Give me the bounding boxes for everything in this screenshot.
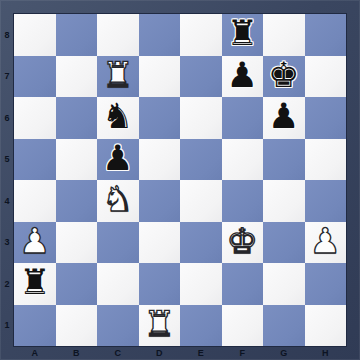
square-h5[interactable]	[305, 139, 347, 181]
square-a3[interactable]: ♟	[14, 222, 56, 264]
white-rook[interactable]: ♜	[144, 305, 175, 346]
white-knight[interactable]: ♞	[102, 180, 133, 221]
file-label-c: C	[97, 346, 139, 360]
white-pawn[interactable]: ♟	[310, 222, 341, 263]
file-label-b: B	[56, 346, 98, 360]
square-d5[interactable]	[139, 139, 181, 181]
black-pawn[interactable]: ♟	[102, 139, 133, 180]
square-d8[interactable]	[139, 14, 181, 56]
square-e1[interactable]	[180, 305, 222, 347]
square-d3[interactable]	[139, 222, 181, 264]
black-knight[interactable]: ♞	[102, 97, 133, 138]
square-h6[interactable]	[305, 97, 347, 139]
square-a6[interactable]	[14, 97, 56, 139]
square-d1[interactable]: ♜	[139, 305, 181, 347]
square-c8[interactable]	[97, 14, 139, 56]
square-c2[interactable]	[97, 263, 139, 305]
black-rook[interactable]: ♜	[227, 14, 258, 55]
square-e8[interactable]	[180, 14, 222, 56]
rank-label-6: 6	[0, 97, 14, 139]
square-e6[interactable]	[180, 97, 222, 139]
square-a2[interactable]: ♜	[14, 263, 56, 305]
square-b3[interactable]	[56, 222, 98, 264]
square-a8[interactable]	[14, 14, 56, 56]
square-a7[interactable]	[14, 56, 56, 98]
square-a5[interactable]	[14, 139, 56, 181]
square-g7[interactable]: ♚	[263, 56, 305, 98]
square-d6[interactable]	[139, 97, 181, 139]
black-pawn[interactable]: ♟	[227, 56, 258, 97]
square-h3[interactable]: ♟	[305, 222, 347, 264]
square-a1[interactable]	[14, 305, 56, 347]
square-h1[interactable]	[305, 305, 347, 347]
square-b7[interactable]	[56, 56, 98, 98]
square-g3[interactable]	[263, 222, 305, 264]
square-b4[interactable]	[56, 180, 98, 222]
square-c6[interactable]: ♞	[97, 97, 139, 139]
square-d2[interactable]	[139, 263, 181, 305]
black-pawn[interactable]: ♟	[268, 97, 299, 138]
square-f4[interactable]	[222, 180, 264, 222]
square-e3[interactable]	[180, 222, 222, 264]
square-f3[interactable]: ♚	[222, 222, 264, 264]
square-b2[interactable]	[56, 263, 98, 305]
square-g1[interactable]	[263, 305, 305, 347]
rank-label-1: 1	[0, 305, 14, 347]
square-f6[interactable]	[222, 97, 264, 139]
square-c3[interactable]	[97, 222, 139, 264]
square-g4[interactable]	[263, 180, 305, 222]
rank-label-2: 2	[0, 263, 14, 305]
white-rook[interactable]: ♜	[102, 56, 133, 97]
square-g6[interactable]: ♟	[263, 97, 305, 139]
square-h4[interactable]	[305, 180, 347, 222]
square-b1[interactable]	[56, 305, 98, 347]
square-h2[interactable]	[305, 263, 347, 305]
square-e4[interactable]	[180, 180, 222, 222]
white-king[interactable]: ♚	[227, 222, 258, 263]
square-a4[interactable]	[14, 180, 56, 222]
file-label-d: D	[139, 346, 181, 360]
square-f7[interactable]: ♟	[222, 56, 264, 98]
file-label-e: E	[180, 346, 222, 360]
square-f1[interactable]	[222, 305, 264, 347]
square-c1[interactable]	[97, 305, 139, 347]
rank-label-4: 4	[0, 180, 14, 222]
square-b5[interactable]	[56, 139, 98, 181]
square-e2[interactable]	[180, 263, 222, 305]
file-label-h: H	[305, 346, 347, 360]
square-d7[interactable]	[139, 56, 181, 98]
square-f5[interactable]	[222, 139, 264, 181]
square-h8[interactable]	[305, 14, 347, 56]
square-b6[interactable]	[56, 97, 98, 139]
square-g2[interactable]	[263, 263, 305, 305]
black-king[interactable]: ♚	[268, 56, 299, 97]
chess-board: ♜♜♟♚♞♟♟♞♟♚♟♜♜	[14, 14, 346, 346]
board-frame: ♜♜♟♚♞♟♟♞♟♚♟♜♜ 87654321 ABCDEFGH	[0, 0, 360, 360]
square-g5[interactable]	[263, 139, 305, 181]
square-c5[interactable]: ♟	[97, 139, 139, 181]
square-e7[interactable]	[180, 56, 222, 98]
square-f8[interactable]: ♜	[222, 14, 264, 56]
square-c4[interactable]: ♞	[97, 180, 139, 222]
file-label-a: A	[14, 346, 56, 360]
file-label-g: G	[263, 346, 305, 360]
rank-label-3: 3	[0, 222, 14, 264]
square-c7[interactable]: ♜	[97, 56, 139, 98]
square-b8[interactable]	[56, 14, 98, 56]
black-rook[interactable]: ♜	[19, 263, 50, 304]
square-h7[interactable]	[305, 56, 347, 98]
white-pawn[interactable]: ♟	[19, 222, 50, 263]
rank-label-8: 8	[0, 14, 14, 56]
square-e5[interactable]	[180, 139, 222, 181]
square-f2[interactable]	[222, 263, 264, 305]
file-label-f: F	[222, 346, 264, 360]
rank-label-7: 7	[0, 56, 14, 98]
square-d4[interactable]	[139, 180, 181, 222]
square-g8[interactable]	[263, 14, 305, 56]
rank-label-5: 5	[0, 139, 14, 181]
